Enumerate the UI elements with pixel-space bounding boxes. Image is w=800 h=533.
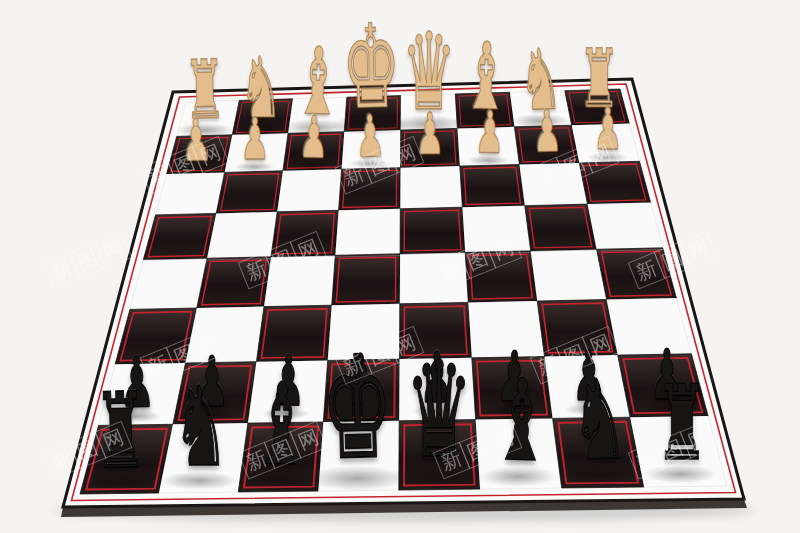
square-light: [476, 418, 562, 489]
square-dark: [167, 135, 233, 174]
square-dark: [232, 99, 293, 135]
square-dark: [400, 302, 472, 359]
square-light: [457, 127, 519, 166]
square-dark: [465, 251, 537, 302]
chess-board: [0, 0, 800, 533]
square-light: [510, 91, 572, 127]
square-light: [186, 307, 265, 363]
square-dark: [339, 168, 401, 211]
square-dark: [460, 165, 525, 208]
square-dark: [401, 128, 460, 167]
square-dark: [525, 204, 597, 251]
square-light: [572, 124, 640, 163]
chess-photo-scene: ♜♞♝♚♛♝♞♜♟♟♟♟♟♟♟♟♟♟♟♟♟♟♟♟♜♞♝♚♛♝♞♜ 新图网新图网新…: [0, 0, 800, 533]
square-dark: [216, 171, 283, 214]
square-light: [177, 100, 240, 136]
square-light: [401, 94, 458, 130]
square-light: [342, 130, 401, 169]
square-light: [400, 166, 462, 209]
square-light: [335, 209, 400, 256]
square-light: [328, 304, 400, 361]
square-light: [277, 169, 341, 212]
square-dark: [537, 300, 618, 357]
square-light: [399, 358, 475, 421]
square-dark: [455, 92, 514, 128]
square-dark: [332, 254, 400, 305]
square-dark: [197, 257, 271, 308]
square-light: [588, 203, 663, 250]
square-light: [248, 360, 328, 423]
square-dark: [344, 96, 401, 132]
square-light: [288, 97, 347, 133]
square-light: [468, 301, 544, 358]
square-dark: [400, 207, 465, 254]
square-light: [531, 249, 607, 301]
square-light: [264, 255, 335, 306]
square-light: [400, 253, 469, 304]
square-light: [159, 423, 248, 493]
square-light: [462, 206, 530, 253]
square-light: [156, 172, 225, 215]
square-light: [545, 355, 631, 418]
square-dark: [323, 359, 399, 422]
square-light: [607, 298, 692, 355]
square-dark: [283, 132, 344, 171]
square-light: [207, 212, 277, 259]
square-light: [225, 133, 289, 172]
square-light: [130, 258, 207, 309]
square-dark: [597, 248, 677, 300]
square-light: [318, 421, 399, 491]
square-dark: [399, 420, 480, 491]
square-light: [519, 163, 587, 206]
